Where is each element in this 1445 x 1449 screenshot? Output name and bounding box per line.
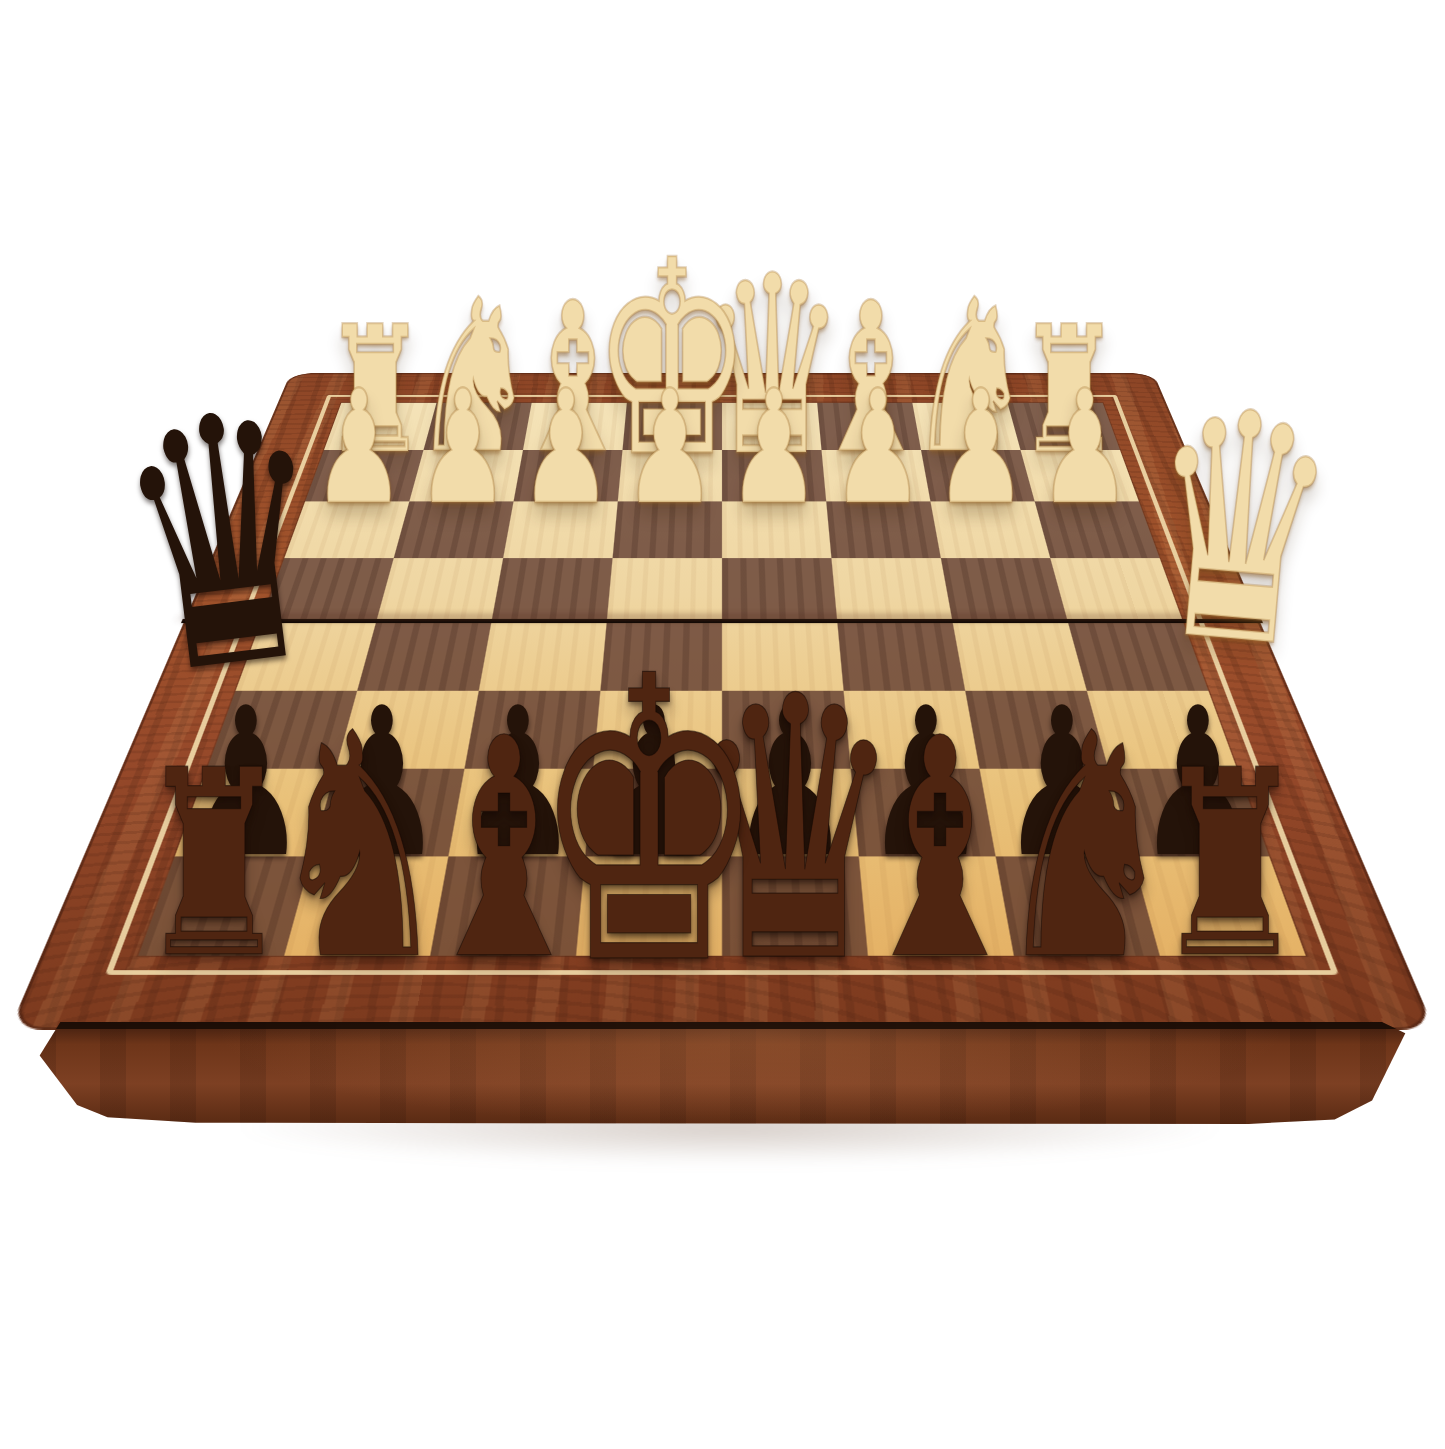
white-pawn-a2[interactable]: ♟ — [1038, 368, 1132, 525]
spare-white-queen[interactable]: ♛ — [1133, 366, 1348, 696]
square-c4 — [831, 558, 952, 621]
white-pawn-g2[interactable]: ♟ — [416, 368, 510, 525]
black-rook-h8[interactable]: ♜ — [137, 737, 290, 994]
white-pawn-d2[interactable]: ♟ — [727, 368, 821, 525]
white-pawn-h2[interactable]: ♟ — [312, 368, 406, 525]
white-pawn-f2[interactable]: ♟ — [519, 368, 613, 525]
square-g4 — [376, 558, 503, 621]
white-pawn-e2[interactable]: ♟ — [623, 368, 717, 525]
white-pawn-c2[interactable]: ♟ — [831, 368, 925, 525]
pieces-layer: ♜♞♝♛♚♝♞♜♟♟♟♟♟♟♟♟♟♟♟♟♟♟♟♟♜♞♝♛♚♝♞♜♛♛ — [0, 0, 1445, 1449]
white-pawn-b2[interactable]: ♟ — [934, 368, 1028, 525]
black-knight-g8[interactable]: ♞ — [267, 694, 452, 1004]
product-photo-scene: ♜♞♝♛♚♝♞♜♟♟♟♟♟♟♟♟♟♟♟♟♟♟♟♟♜♞♝♛♚♝♞♜♛♛ — [0, 0, 1445, 1449]
square-b4 — [941, 558, 1068, 621]
